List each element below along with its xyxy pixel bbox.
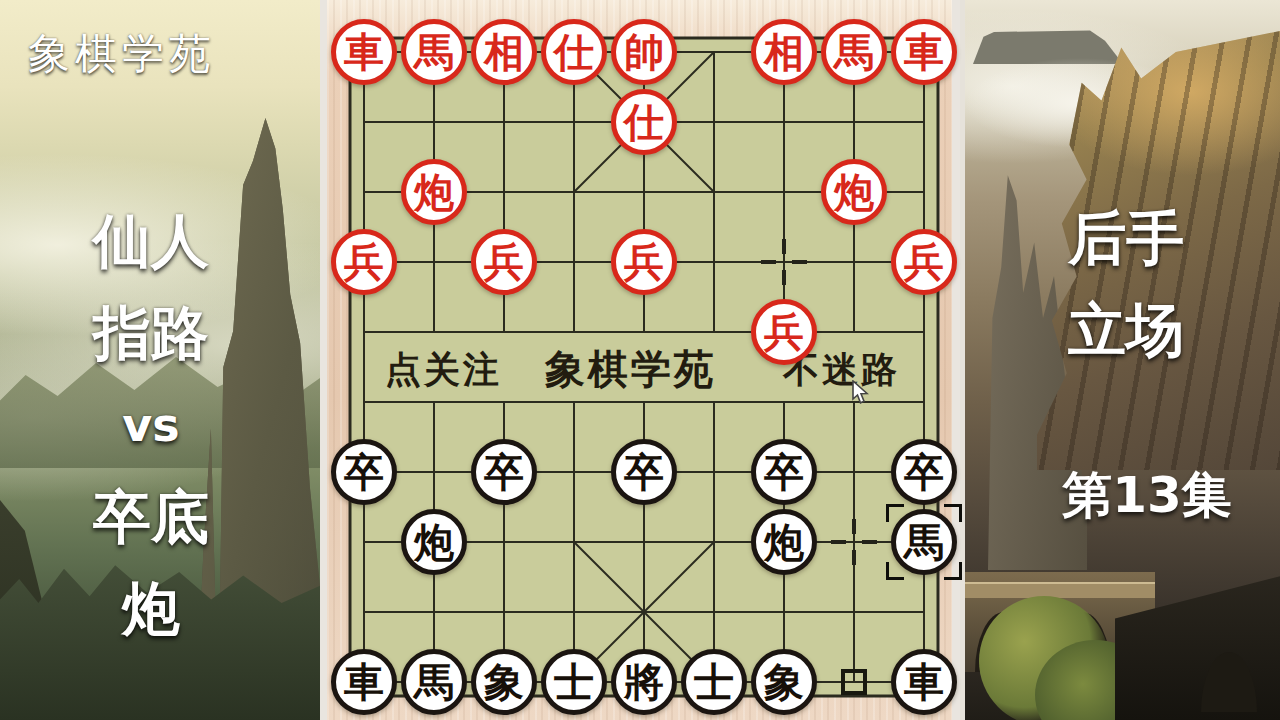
piece-black-cannon[interactable]: 炮 — [401, 509, 467, 575]
piece-red-chariot[interactable]: 車 — [331, 19, 397, 85]
episode-number: 第13集 — [1037, 462, 1257, 529]
marker-cross — [831, 519, 877, 565]
piece-red-soldier[interactable]: 兵 — [751, 299, 817, 365]
video-frame: 象棋学苑 仙人 指路 vs 卒底 炮 — [0, 0, 1280, 720]
piece-black-elephant[interactable]: 象 — [471, 649, 537, 715]
piece-black-soldier[interactable]: 卒 — [611, 439, 677, 505]
title-line-2: 指路 — [58, 287, 244, 379]
piece-red-cannon[interactable]: 炮 — [401, 159, 467, 225]
piece-red-soldier[interactable]: 兵 — [471, 229, 537, 295]
piece-red-horse[interactable]: 馬 — [821, 19, 887, 85]
piece-black-general[interactable]: 將 — [611, 649, 677, 715]
piece-black-horse[interactable]: 馬 — [401, 649, 467, 715]
right-title-line-1: 后手 — [1031, 192, 1221, 284]
title-line-3: 卒底 — [58, 471, 244, 563]
piece-red-elephant[interactable]: 相 — [751, 19, 817, 85]
title-line-1: 仙人 — [58, 195, 244, 287]
title-line-4: 炮 — [58, 563, 244, 655]
piece-black-elephant[interactable]: 象 — [751, 649, 817, 715]
piece-red-chariot[interactable]: 車 — [891, 19, 957, 85]
piece-black-chariot[interactable]: 車 — [331, 649, 397, 715]
piece-red-general[interactable]: 帥 — [611, 19, 677, 85]
piece-red-cannon[interactable]: 炮 — [821, 159, 887, 225]
side-title: 后手 立场 — [1031, 192, 1221, 376]
piece-red-advisor[interactable]: 仕 — [611, 89, 677, 155]
river-text-center: 象棋学苑 — [545, 342, 717, 397]
piece-black-soldier[interactable]: 卒 — [331, 439, 397, 505]
river-text-left: 点关注 — [385, 346, 502, 395]
piece-black-advisor[interactable]: 士 — [541, 649, 607, 715]
piece-red-horse[interactable]: 馬 — [401, 19, 467, 85]
xiangqi-board-panel: 点关注 象棋学苑 不迷路 車馬相仕帥相馬車仕炮炮兵兵兵兵兵卒卒卒卒卒炮炮馬車馬象… — [320, 0, 960, 720]
right-title-line-2: 立场 — [1031, 284, 1221, 376]
mouse-cursor — [850, 380, 872, 405]
opening-title: 仙人 指路 vs 卒底 炮 — [58, 195, 244, 655]
piece-red-soldier[interactable]: 兵 — [611, 229, 677, 295]
summit-cross — [273, 114, 276, 129]
title-line-vs: vs — [58, 379, 244, 471]
piece-red-soldier[interactable]: 兵 — [891, 229, 957, 295]
piece-black-advisor[interactable]: 士 — [681, 649, 747, 715]
piece-black-chariot[interactable]: 車 — [891, 649, 957, 715]
bridge-deck — [965, 582, 1155, 598]
piece-red-advisor[interactable]: 仕 — [541, 19, 607, 85]
piece-black-cannon[interactable]: 炮 — [751, 509, 817, 575]
piece-black-soldier[interactable]: 卒 — [891, 439, 957, 505]
piece-black-soldier[interactable]: 卒 — [471, 439, 537, 505]
marker-cross — [761, 239, 807, 285]
marker-bracket — [886, 504, 962, 580]
piece-black-soldier[interactable]: 卒 — [751, 439, 817, 505]
piece-red-soldier[interactable]: 兵 — [331, 229, 397, 295]
marker-square — [841, 669, 867, 695]
piece-red-elephant[interactable]: 相 — [471, 19, 537, 85]
channel-watermark: 象棋学苑 — [28, 26, 216, 82]
left-photo-panel: 象棋学苑 仙人 指路 vs 卒底 炮 — [0, 0, 325, 720]
right-photo-panel: 后手 立场 第13集 — [960, 0, 1280, 720]
